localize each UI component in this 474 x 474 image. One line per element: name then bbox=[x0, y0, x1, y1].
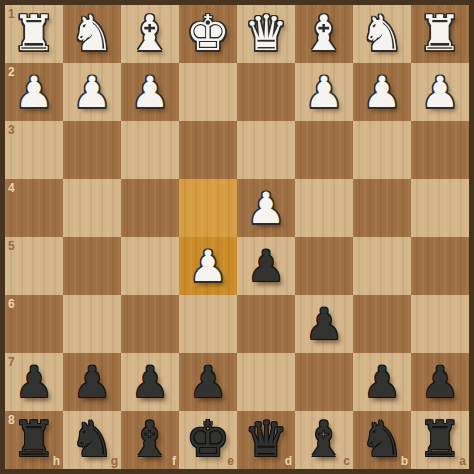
square-d4[interactable]: ♟ bbox=[237, 179, 295, 237]
square-a8[interactable]: a♜ bbox=[411, 411, 469, 469]
square-d2[interactable] bbox=[237, 63, 295, 121]
square-c3[interactable] bbox=[295, 121, 353, 179]
white-pawn-c2[interactable]: ♟ bbox=[305, 63, 344, 121]
square-h5[interactable]: 5 bbox=[5, 237, 63, 295]
square-c1[interactable]: ♝ bbox=[295, 5, 353, 63]
rank-label-7: 7 bbox=[8, 356, 15, 368]
square-b8[interactable]: b♞ bbox=[353, 411, 411, 469]
white-bishop-f1[interactable]: ♝ bbox=[128, 5, 172, 63]
square-b7[interactable]: ♟ bbox=[353, 353, 411, 411]
square-d5[interactable]: ♟ bbox=[237, 237, 295, 295]
square-e2[interactable] bbox=[179, 63, 237, 121]
black-rook-h8[interactable]: ♜ bbox=[12, 411, 56, 469]
chess-board: 1♜♞♝♚♛♝♞♜2♟♟♟♟♟♟34♟5♟♟6♟7♟♟♟♟♟♟8h♜g♞f♝e♚… bbox=[5, 5, 469, 469]
square-d6[interactable] bbox=[237, 295, 295, 353]
black-pawn-e7[interactable]: ♟ bbox=[189, 353, 228, 411]
black-knight-g8[interactable]: ♞ bbox=[70, 411, 114, 469]
square-b6[interactable] bbox=[353, 295, 411, 353]
square-g5[interactable] bbox=[63, 237, 121, 295]
black-pawn-a7[interactable]: ♟ bbox=[421, 353, 460, 411]
chess-board-frame: 1♜♞♝♚♛♝♞♜2♟♟♟♟♟♟34♟5♟♟6♟7♟♟♟♟♟♟8h♜g♞f♝e♚… bbox=[0, 0, 474, 474]
white-pawn-a2[interactable]: ♟ bbox=[421, 63, 460, 121]
white-bishop-c1[interactable]: ♝ bbox=[302, 5, 346, 63]
square-f6[interactable] bbox=[121, 295, 179, 353]
square-c6[interactable]: ♟ bbox=[295, 295, 353, 353]
square-g4[interactable] bbox=[63, 179, 121, 237]
square-c4[interactable] bbox=[295, 179, 353, 237]
square-h6[interactable]: 6 bbox=[5, 295, 63, 353]
square-e6[interactable] bbox=[179, 295, 237, 353]
square-f7[interactable]: ♟ bbox=[121, 353, 179, 411]
white-pawn-h2[interactable]: ♟ bbox=[15, 63, 54, 121]
black-knight-b8[interactable]: ♞ bbox=[360, 411, 404, 469]
square-a6[interactable] bbox=[411, 295, 469, 353]
square-c7[interactable] bbox=[295, 353, 353, 411]
square-f5[interactable] bbox=[121, 237, 179, 295]
file-label-f: f bbox=[172, 455, 176, 467]
square-c8[interactable]: c♝ bbox=[295, 411, 353, 469]
white-pawn-e5[interactable]: ♟ bbox=[189, 237, 228, 295]
square-g6[interactable] bbox=[63, 295, 121, 353]
square-e1[interactable]: ♚ bbox=[179, 5, 237, 63]
black-pawn-h7[interactable]: ♟ bbox=[15, 353, 54, 411]
square-a7[interactable]: ♟ bbox=[411, 353, 469, 411]
square-b2[interactable]: ♟ bbox=[353, 63, 411, 121]
square-g2[interactable]: ♟ bbox=[63, 63, 121, 121]
square-e5[interactable]: ♟ bbox=[179, 237, 237, 295]
black-pawn-f7[interactable]: ♟ bbox=[131, 353, 170, 411]
black-queen-d8[interactable]: ♛ bbox=[244, 411, 288, 469]
square-b1[interactable]: ♞ bbox=[353, 5, 411, 63]
white-knight-g1[interactable]: ♞ bbox=[70, 5, 114, 63]
square-h4[interactable]: 4 bbox=[5, 179, 63, 237]
square-h7[interactable]: 7♟ bbox=[5, 353, 63, 411]
square-e8[interactable]: e♚ bbox=[179, 411, 237, 469]
square-h3[interactable]: 3 bbox=[5, 121, 63, 179]
rank-label-4: 4 bbox=[8, 182, 15, 194]
white-king-e1[interactable]: ♚ bbox=[186, 5, 230, 63]
square-f3[interactable] bbox=[121, 121, 179, 179]
square-h2[interactable]: 2♟ bbox=[5, 63, 63, 121]
rank-label-3: 3 bbox=[8, 124, 15, 136]
square-g7[interactable]: ♟ bbox=[63, 353, 121, 411]
square-a5[interactable] bbox=[411, 237, 469, 295]
white-rook-h1[interactable]: ♜ bbox=[12, 5, 56, 63]
white-rook-a1[interactable]: ♜ bbox=[418, 5, 462, 63]
square-g1[interactable]: ♞ bbox=[63, 5, 121, 63]
square-d7[interactable] bbox=[237, 353, 295, 411]
square-d1[interactable]: ♛ bbox=[237, 5, 295, 63]
square-c5[interactable] bbox=[295, 237, 353, 295]
square-a1[interactable]: ♜ bbox=[411, 5, 469, 63]
rank-label-6: 6 bbox=[8, 298, 15, 310]
white-queen-d1[interactable]: ♛ bbox=[244, 5, 288, 63]
square-f4[interactable] bbox=[121, 179, 179, 237]
square-g8[interactable]: g♞ bbox=[63, 411, 121, 469]
square-d3[interactable] bbox=[237, 121, 295, 179]
black-rook-a8[interactable]: ♜ bbox=[418, 411, 462, 469]
square-b3[interactable] bbox=[353, 121, 411, 179]
square-a2[interactable]: ♟ bbox=[411, 63, 469, 121]
white-pawn-b2[interactable]: ♟ bbox=[363, 63, 402, 121]
square-f8[interactable]: f♝ bbox=[121, 411, 179, 469]
square-e4[interactable] bbox=[179, 179, 237, 237]
black-bishop-f8[interactable]: ♝ bbox=[128, 411, 172, 469]
square-h8[interactable]: 8h♜ bbox=[5, 411, 63, 469]
rank-label-2: 2 bbox=[8, 66, 15, 78]
black-pawn-g7[interactable]: ♟ bbox=[73, 353, 112, 411]
square-h1[interactable]: 1♜ bbox=[5, 5, 63, 63]
white-pawn-d4[interactable]: ♟ bbox=[247, 179, 286, 237]
square-a3[interactable] bbox=[411, 121, 469, 179]
square-d8[interactable]: d♛ bbox=[237, 411, 295, 469]
square-f2[interactable]: ♟ bbox=[121, 63, 179, 121]
black-king-e8[interactable]: ♚ bbox=[186, 411, 230, 469]
white-pawn-f2[interactable]: ♟ bbox=[131, 63, 170, 121]
square-b4[interactable] bbox=[353, 179, 411, 237]
black-pawn-b7[interactable]: ♟ bbox=[363, 353, 402, 411]
square-g3[interactable] bbox=[63, 121, 121, 179]
square-f1[interactable]: ♝ bbox=[121, 5, 179, 63]
white-pawn-g2[interactable]: ♟ bbox=[73, 63, 112, 121]
square-b5[interactable] bbox=[353, 237, 411, 295]
black-pawn-c6[interactable]: ♟ bbox=[305, 295, 344, 353]
square-c2[interactable]: ♟ bbox=[295, 63, 353, 121]
white-knight-b1[interactable]: ♞ bbox=[360, 5, 404, 63]
rank-label-5: 5 bbox=[8, 240, 15, 252]
black-bishop-c8[interactable]: ♝ bbox=[302, 411, 346, 469]
black-pawn-d5[interactable]: ♟ bbox=[247, 237, 286, 295]
square-a4[interactable] bbox=[411, 179, 469, 237]
square-e3[interactable] bbox=[179, 121, 237, 179]
square-e7[interactable]: ♟ bbox=[179, 353, 237, 411]
